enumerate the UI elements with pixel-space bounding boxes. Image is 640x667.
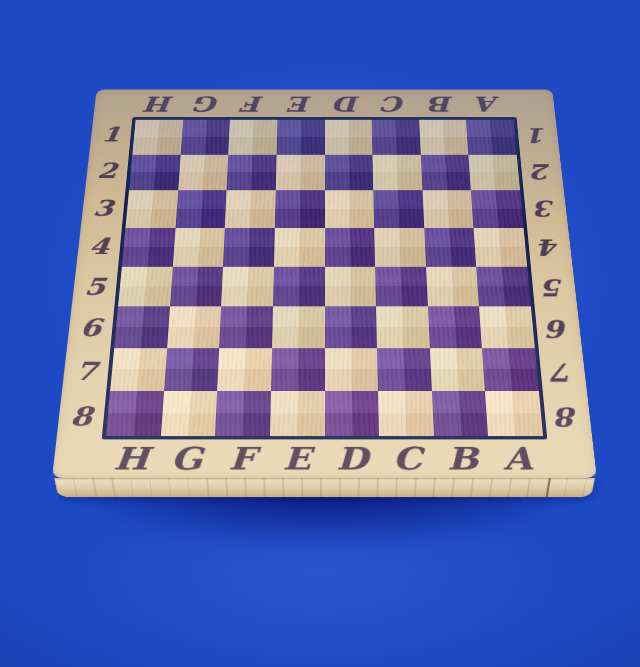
square-b4[interactable] [424,228,476,267]
square-d3[interactable] [325,190,375,227]
square-a4[interactable] [474,228,527,267]
file-labels-bottom: HGFEDCBA [102,439,547,477]
rank-label: 1 [89,117,132,152]
rank-label: 8 [543,394,593,440]
square-c3[interactable] [373,190,424,227]
square-b5[interactable] [426,266,479,306]
square-a6[interactable] [479,306,535,348]
rank-label: 2 [85,153,129,190]
square-g5[interactable] [170,266,223,306]
file-labels-top: HGFEDCBA [136,91,513,118]
square-h6[interactable] [114,306,170,348]
square-g7[interactable] [164,348,220,391]
square-b1[interactable] [419,120,469,155]
photo-background: HGFEDCBA HGFEDCBA 12345678 12345678 [0,0,640,667]
rank-label: 4 [527,227,573,266]
square-a1[interactable] [466,120,516,155]
chess-board: HGFEDCBA HGFEDCBA 12345678 12345678 [52,89,597,478]
square-h2[interactable] [129,154,180,190]
square-f2[interactable] [227,154,277,190]
rank-label: 6 [67,307,115,349]
board-scene: HGFEDCBA HGFEDCBA 12345678 12345678 [52,0,597,478]
rank-label: 7 [539,350,588,394]
square-f5[interactable] [221,266,274,306]
board-top-face: HGFEDCBA HGFEDCBA 12345678 12345678 [52,89,597,478]
square-f4[interactable] [223,228,275,267]
square-d4[interactable] [325,228,376,267]
inlay-border [102,117,548,439]
square-h5[interactable] [118,266,172,306]
square-d1[interactable] [325,120,373,155]
rank-label: 1 [517,117,560,152]
square-c5[interactable] [375,266,428,306]
square-g4[interactable] [173,228,225,267]
file-label: D [325,439,381,477]
square-f7[interactable] [217,348,272,391]
file-label: B [418,91,466,118]
square-d8[interactable] [325,391,380,436]
square-b2[interactable] [421,154,472,190]
file-label: F [230,91,278,118]
square-b6[interactable] [428,306,483,348]
square-d5[interactable] [325,266,377,306]
square-a7[interactable] [482,348,539,391]
rank-label: 5 [531,266,578,307]
file-label: F [213,439,269,477]
file-label: E [269,439,325,477]
rank-label: 2 [520,153,564,190]
rank-label: 5 [72,266,119,307]
square-d2[interactable] [325,154,374,190]
square-b7[interactable] [430,348,486,391]
square-g1[interactable] [180,120,230,155]
square-c4[interactable] [374,228,426,267]
square-e4[interactable] [274,228,325,267]
square-f3[interactable] [225,190,276,227]
square-c6[interactable] [376,306,430,348]
square-g8[interactable] [161,391,218,436]
rank-label: 8 [56,394,106,440]
square-d6[interactable] [325,306,378,348]
square-h4[interactable] [122,228,175,267]
file-label: C [371,91,419,118]
file-label: H [136,91,185,118]
square-e7[interactable] [271,348,325,391]
square-g3[interactable] [175,190,227,227]
file-label: H [102,439,160,477]
file-label: G [183,91,231,118]
square-a5[interactable] [476,266,530,306]
square-a8[interactable] [485,391,543,436]
file-label: E [277,91,324,118]
square-f8[interactable] [215,391,271,436]
rank-label: 7 [62,350,111,394]
square-f1[interactable] [228,120,277,155]
square-e6[interactable] [272,306,325,348]
square-a3[interactable] [471,190,523,227]
square-a2[interactable] [469,154,520,190]
squares-grid [106,120,543,436]
square-f6[interactable] [219,306,273,348]
board-front-edge [54,478,595,497]
rank-label: 3 [81,189,126,227]
square-c1[interactable] [372,120,421,155]
square-h3[interactable] [125,190,177,227]
rank-label: 4 [76,227,122,266]
square-g6[interactable] [167,306,222,348]
square-c2[interactable] [373,154,423,190]
square-e2[interactable] [276,154,325,190]
square-d7[interactable] [325,348,379,391]
rank-label: 6 [535,307,583,349]
file-label: B [434,439,491,477]
file-label: D [325,91,372,118]
square-e5[interactable] [273,266,325,306]
square-c8[interactable] [378,391,434,436]
square-h8[interactable] [106,391,164,436]
file-label: A [464,91,513,118]
square-e3[interactable] [275,190,325,227]
square-g2[interactable] [178,154,229,190]
file-label: G [158,439,215,477]
square-h7[interactable] [110,348,167,391]
square-e8[interactable] [270,391,325,436]
square-c7[interactable] [377,348,432,391]
square-b8[interactable] [432,391,489,436]
square-e1[interactable] [276,120,324,155]
file-label: A [489,439,547,477]
rank-label: 3 [523,189,568,227]
file-label: C [379,439,435,477]
square-h1[interactable] [132,120,182,155]
square-b3[interactable] [422,190,474,227]
